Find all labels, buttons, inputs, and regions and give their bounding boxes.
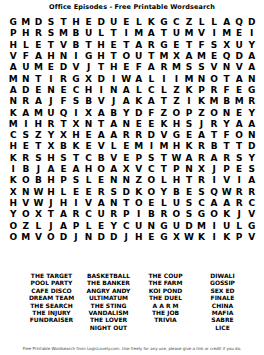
grid-cell-r3c18: X [220,40,233,51]
grid-cell-r15c1: K [7,175,20,186]
grid-cell-r4c15: A [183,51,196,62]
grid-cell-r1c20: D [245,17,258,28]
grid-cell-r7c10: A [120,85,133,96]
grid-cell-r2c11: M [133,28,146,39]
grid-cell-r20c8: D [95,232,108,243]
word-item: DREAM TEAM [24,294,79,301]
grid-cell-r11c5: X [57,130,70,141]
grid-cell-r17c14: U [170,198,183,209]
grid-cell-r9c20: Y [245,107,258,118]
grid-cell-r17c10: T [120,198,133,209]
grid-cell-r6c10: W [120,74,133,85]
grid-cell-r2c1: P [7,28,20,39]
grid-cell-r9c15: P [183,107,196,118]
grid-cell-r4c4: H [45,51,58,62]
grid-cell-r4c12: T [145,51,158,62]
grid-cell-r18c1: Y [7,209,20,220]
grid-cell-r9c17: O [208,107,221,118]
grid-cell-r17c8: A [95,198,108,209]
grid-cell-r10c4: R [45,119,58,130]
grid-cell-r20c20: V [245,232,258,243]
grid-cell-r18c11: I [133,209,146,220]
grid-cell-r16c9: S [107,187,120,198]
grid-cell-r11c3: Z [32,130,45,141]
grid-cell-r4c13: M [158,51,171,62]
word-list-column-1: THE TARGETPOOL PARTYCAFE DISCODREAM TEAM… [24,272,79,331]
grid-cell-r8c7: B [82,96,95,107]
grid-cell-r5c5: D [57,62,70,73]
grid-cell-r20c13: G [158,232,171,243]
word-item: THE SEARCH [24,302,79,309]
grid-cell-r16c11: K [133,187,146,198]
grid-cell-r1c19: Q [233,17,246,28]
grid-cell-r2c9: T [107,28,120,39]
grid-cell-r9c12: F [145,107,158,118]
grid-cell-r13c17: A [208,153,221,164]
grid-cell-r12c1: H [7,141,20,152]
grid-cell-r10c8: T [95,119,108,130]
grid-cell-r19c6: P [70,220,83,231]
grid-cell-r19c5: A [57,220,70,231]
grid-cell-r1c17: L [208,17,221,28]
grid-cell-r11c7: E [82,130,95,141]
grid-cell-r3c3: E [32,40,45,51]
grid-cell-r8c6: S [70,96,83,107]
grid-cell-r12c11: M [133,141,146,152]
footer-credit: Free Printable Wordsearch from LogicLove… [0,346,264,351]
grid-cell-r13c6: T [70,153,83,164]
grid-cell-r15c11: Z [133,175,146,186]
grid-cell-r18c17: O [208,209,221,220]
grid-cell-r6c4: I [45,74,58,85]
word-item: BASKETBALL [81,272,136,279]
grid-cell-r17c4: J [45,198,58,209]
grid-cell-r5c7: J [82,62,95,73]
grid-cell-r7c5: E [57,85,70,96]
grid-cell-r19c11: U [133,220,146,231]
grid-cell-r1c5: T [57,17,70,28]
grid-cell-r1c11: L [133,17,146,28]
grid-cell-r14c19: E [233,164,246,175]
grid-cell-r15c2: O [20,175,33,186]
grid-cell-r12c3: T [32,141,45,152]
grid-cell-r6c13: I [158,74,171,85]
grid-cell-r7c17: R [208,85,221,96]
grid-cell-r3c13: G [158,40,171,51]
grid-cell-r19c4: J [45,220,58,231]
grid-cell-r11c18: F [220,130,233,141]
grid-cell-r14c14: P [170,164,183,175]
grid-cell-r15c6: S [70,175,83,186]
grid-cell-r16c2: N [20,187,33,198]
word-item: FINALE [195,294,250,301]
grid-cell-r2c8: L [95,28,108,39]
word-item: ULTIMATUM [81,294,136,301]
grid-cell-r13c11: P [133,153,146,164]
grid-cell-r19c9: Y [107,220,120,231]
grid-cell-r3c6: B [70,40,83,51]
grid-cell-r14c9: A [107,164,120,175]
grid-cell-r12c8: V [95,141,108,152]
grid-cell-r16c10: D [120,187,133,198]
grid-cell-r4c10: O [120,51,133,62]
grid-cell-r19c7: L [82,220,95,231]
grid-cell-r11c15: E [183,130,196,141]
grid-cell-r1c14: C [170,17,183,28]
word-item: FUNDRAISER [24,316,79,323]
grid-cell-r11c8: A [95,130,108,141]
grid-cell-r6c5: R [57,74,70,85]
grid-cell-r10c18: Y [220,119,233,130]
word-item: NIGHT OUT [81,324,136,331]
grid-cell-r1c13: G [158,17,171,28]
grid-cell-r10c2: I [20,119,33,130]
grid-cell-r14c16: X [195,164,208,175]
grid-cell-r18c9: R [107,209,120,220]
word-item: DIWALI [195,272,250,279]
grid-cell-r1c18: A [220,17,233,28]
grid-cell-r17c16: C [195,198,208,209]
grid-cell-r18c2: O [20,209,33,220]
grid-cell-r7c15: K [183,85,196,96]
grid-cell-r14c4: A [45,164,58,175]
grid-cell-r7c14: Z [170,85,183,96]
grid-cell-r18c16: G [195,209,208,220]
grid-cell-r7c18: F [220,85,233,96]
grid-cell-r16c14: B [170,187,183,198]
grid-cell-r19c15: D [183,220,196,231]
grid-cell-r9c1: K [7,107,20,118]
grid-cell-r3c8: H [95,40,108,51]
grid-cell-r20c2: M [20,232,33,243]
grid-cell-r4c2: F [20,51,33,62]
grid-cell-r7c13: L [158,85,171,96]
grid-cell-r4c8: H [95,51,108,62]
grid-cell-r5c19: V [233,62,246,73]
grid-cell-r15c14: H [170,175,183,186]
grid-cell-r15c8: E [95,175,108,186]
grid-cell-r5c3: M [32,62,45,73]
grid-cell-r10c17: R [208,119,221,130]
grid-cell-r1c15: Z [183,17,196,28]
grid-cell-r9c8: A [95,107,108,118]
grid-cell-r1c3: D [32,17,45,28]
grid-cell-r3c19: U [233,40,246,51]
grid-cell-r15c17: I [208,175,221,186]
grid-cell-r18c6: R [70,209,83,220]
grid-cell-r20c5: D [57,232,70,243]
grid-cell-r10c15: S [183,119,196,130]
grid-cell-r2c5: M [57,28,70,39]
grid-cell-r14c8: O [95,164,108,175]
grid-cell-r18c8: U [95,209,108,220]
grid-cell-r11c17: T [208,130,221,141]
grid-cell-r6c8: D [95,74,108,85]
grid-cell-r13c14: W [170,153,183,164]
grid-cell-r20c17: I [208,232,221,243]
grid-cell-r10c1: M [7,119,20,130]
grid-cell-r7c4: N [45,85,58,96]
word-item: VANDALISM [81,309,136,316]
grid-cell-r11c14: G [170,130,183,141]
grid-cell-r9c3: M [32,107,45,118]
grid-cell-r3c5: V [57,40,70,51]
grid-cell-r2c19: E [233,28,246,39]
grid-cell-r8c19: M [233,96,246,107]
grid-cell-r2c20: I [245,28,258,39]
word-item: CHINA [195,302,250,309]
grid-cell-r16c20: R [245,187,258,198]
grid-cell-r11c2: S [20,130,33,141]
grid-cell-r15c3: B [32,175,45,186]
word-list: THE TARGETPOOL PARTYCAFE DISCODREAM TEAM… [24,272,250,331]
grid-cell-r6c2: N [20,74,33,85]
grid-cell-r9c11: D [133,107,146,118]
grid-cell-r20c14: X [170,232,183,243]
grid-cell-r18c20: V [245,209,258,220]
grid-cell-r7c12: C [145,85,158,96]
grid-cell-r9c14: O [170,107,183,118]
grid-cell-r4c19: D [233,51,246,62]
grid-cell-r4c3: A [32,51,45,62]
grid-cell-r12c7: E [82,141,95,152]
grid-cell-r12c13: M [158,141,171,152]
grid-cell-r14c11: V [133,164,146,175]
grid-cell-r14c3: J [32,164,45,175]
grid-cell-r19c16: M [195,220,208,231]
grid-cell-r11c19: O [233,130,246,141]
grid-cell-r2c16: V [195,28,208,39]
grid-cell-r11c6: H [70,130,83,141]
grid-cell-r7c20: G [245,85,258,96]
grid-cell-r15c7: L [82,175,95,186]
grid-cell-r7c16: P [195,85,208,96]
grid-cell-r2c3: R [32,28,45,39]
grid-cell-r18c12: B [145,209,158,220]
grid-cell-r12c20: D [245,141,258,152]
grid-cell-r8c2: R [20,96,33,107]
grid-cell-r6c12: L [145,74,158,85]
grid-cell-r1c10: E [120,17,133,28]
grid-cell-r8c20: R [245,96,258,107]
grid-cell-r17c17: A [208,198,221,209]
grid-cell-r9c5: Q [57,107,70,118]
grid-cell-r8c18: B [220,96,233,107]
word-item: TRIVIA [138,316,193,323]
grid-cell-r14c10: X [120,164,133,175]
grid-cell-r5c11: F [133,62,146,73]
grid-cell-r8c14: Z [170,96,183,107]
grid-cell-r12c4: X [45,141,58,152]
grid-cell-r20c16: K [195,232,208,243]
grid-cell-r18c15: S [183,209,196,220]
grid-cell-r6c16: N [195,74,208,85]
grid-cell-r7c9: N [107,85,120,96]
grid-cell-r1c8: D [95,17,108,28]
grid-cell-r5c16: S [195,62,208,73]
grid-cell-r14c18: P [220,164,233,175]
word-item: THE BANKER [81,279,136,286]
grid-cell-r15c5: P [57,175,70,186]
grid-cell-r8c1: N [7,96,20,107]
grid-cell-r11c1: C [7,130,20,141]
word-item: THE INJURY [24,309,79,316]
grid-cell-r16c12: O [145,187,158,198]
grid-cell-r2c17: I [208,28,221,39]
grid-cell-r13c5: S [57,153,70,164]
grid-cell-r2c13: T [158,28,171,39]
grid-cell-r2c14: U [170,28,183,39]
word-item: THE COUP [138,272,193,279]
grid-cell-r17c1: H [7,198,20,209]
grid-cell-r6c7: X [82,74,95,85]
grid-cell-r16c17: Q [208,187,221,198]
grid-cell-r16c8: R [95,187,108,198]
grid-cell-r13c12: S [145,153,158,164]
grid-cell-r8c16: K [195,96,208,107]
grid-cell-r6c20: N [245,74,258,85]
word-item: THE FARM [138,279,193,286]
grid-cell-r12c5: B [57,141,70,152]
grid-cell-r1c9: U [107,17,120,28]
grid-cell-r10c20: A [245,119,258,130]
grid-cell-r18c18: K [220,209,233,220]
grid-cell-r13c18: R [220,153,233,164]
grid-cell-r19c8: E [95,220,108,231]
grid-cell-r13c16: R [195,153,208,164]
grid-cell-r17c2: V [20,198,33,209]
grid-cell-r12c10: E [120,141,133,152]
grid-cell-r19c10: C [120,220,133,231]
grid-cell-r3c9: E [107,40,120,51]
grid-cell-r14c2: B [20,164,33,175]
grid-cell-r9c18: N [220,107,233,118]
grid-cell-r16c16: S [195,187,208,198]
grid-cell-r17c18: A [220,198,233,209]
grid-cell-r5c20: A [245,62,258,73]
grid-cell-r13c4: H [45,153,58,164]
grid-cell-r4c5: N [57,51,70,62]
grid-cell-r11c12: D [145,130,158,141]
word-item: SEX ED [195,287,250,294]
grid-cell-r8c9: J [107,96,120,107]
grid-cell-r5c4: E [45,62,58,73]
grid-cell-r2c2: H [20,28,33,39]
page-title: Office Episodes - Free Printable Wordsea… [0,3,264,11]
grid-cell-r6c19: A [233,74,246,85]
grid-cell-r6c14: I [170,74,183,85]
grid-cell-r19c12: N [145,220,158,231]
grid-cell-r15c16: R [195,175,208,186]
grid-cell-r12c6: K [70,141,83,152]
grid-cell-r17c20: C [245,198,258,209]
grid-cell-r17c6: I [70,198,83,209]
grid-cell-r19c13: G [158,220,171,231]
word-item: A A R M [138,302,193,309]
grid-cell-r18c5: A [57,209,70,220]
grid-cell-r7c19: E [233,85,246,96]
grid-cell-r19c20: G [245,220,258,231]
grid-cell-r8c10: A [120,96,133,107]
grid-cell-r11c10: R [120,130,133,141]
grid-cell-r19c17: I [208,220,221,231]
grid-cell-r3c7: T [82,40,95,51]
grid-cell-r12c12: I [145,141,158,152]
grid-cell-r7c7: H [82,85,95,96]
grid-cell-r5c14: M [170,62,183,73]
grid-cell-r20c9: D [107,232,120,243]
grid-cell-r3c16: F [195,40,208,51]
grid-cell-r16c7: E [82,187,95,198]
grid-cell-r14c1: I [7,164,20,175]
grid-cell-r5c12: A [145,62,158,73]
grid-cell-r12c19: T [233,141,246,152]
grid-cell-r12c17: B [208,141,221,152]
word-item: MAFIA [195,309,250,316]
grid-cell-r12c16: R [195,141,208,152]
grid-cell-r20c1: O [7,232,20,243]
grid-cell-r20c7: N [82,232,95,243]
grid-cell-r20c4: O [45,232,58,243]
grid-cell-r8c12: A [145,96,158,107]
grid-cell-r12c14: H [170,141,183,152]
grid-cell-r16c5: L [57,187,70,198]
grid-cell-r14c15: N [183,164,196,175]
grid-cell-r13c1: K [7,153,20,164]
grid-cell-r16c6: E [70,187,83,198]
grid-cell-r16c1: X [7,187,20,198]
grid-cell-r6c6: G [70,74,83,85]
grid-cell-r11c4: Y [45,130,58,141]
grid-cell-r9c4: U [45,107,58,118]
grid-cell-r11c20: N [245,130,258,141]
grid-cell-r13c10: E [120,153,133,164]
grid-cell-r16c3: W [32,187,45,198]
grid-cell-r1c4: S [45,17,58,28]
grid-cell-r3c17: S [208,40,221,51]
wordsearch-page: Office Episodes - Free Printable Wordsea… [0,0,264,355]
grid-cell-r18c14: O [170,209,183,220]
word-item: POOL PARTY [24,279,79,286]
grid-cell-r2c12: A [145,28,158,39]
grid-cell-r2c7: U [82,28,95,39]
grid-cell-r10c6: X [70,119,83,130]
grid-cell-r17c5: H [57,198,70,209]
grid-cell-r10c14: H [170,119,183,130]
grid-cell-r15c19: I [233,175,246,186]
grid-cell-r18c19: J [233,209,246,220]
grid-cell-r11c13: V [158,130,171,141]
grid-cell-r10c11: E [133,119,146,130]
grid-cell-r4c20: A [245,51,258,62]
grid-cell-r16c19: R [233,187,246,198]
grid-cell-r18c3: X [32,209,45,220]
grid-cell-r18c4: T [45,209,58,220]
grid-cell-r15c10: N [120,175,133,186]
grid-cell-r12c9: L [107,141,120,152]
grid-cell-r19c18: U [220,220,233,231]
word-item: THE STING [81,302,136,309]
grid-cell-r14c20: S [245,164,258,175]
word-item: SABRE [195,316,250,323]
grid-cell-r10c3: H [32,119,45,130]
grid-cell-r8c17: M [208,96,221,107]
grid-cell-r3c14: E [170,40,183,51]
grid-cell-r16c18: W [220,187,233,198]
grid-cell-r2c4: S [45,28,58,39]
grid-cell-r13c9: V [107,153,120,164]
grid-cell-r11c11: R [133,130,146,141]
